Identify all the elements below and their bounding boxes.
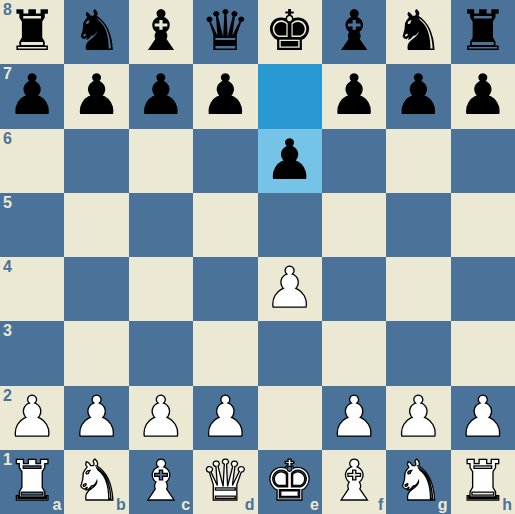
square-d5[interactable] [193,193,257,257]
piece-white-king[interactable]: ♚︎ [265,453,315,509]
rank-label-5: 5 [3,195,12,211]
piece-black-pawn[interactable]: ♟︎ [7,67,57,123]
rank-label-3: 3 [3,323,12,339]
square-e8[interactable]: ♚︎ [258,0,322,64]
piece-white-bishop[interactable]: ♝︎ [329,453,379,509]
piece-black-pawn[interactable]: ♟︎ [200,67,250,123]
piece-white-rook[interactable]: ♜︎ [7,453,57,509]
piece-black-pawn[interactable]: ♟︎ [136,67,186,123]
square-c7[interactable]: ♟︎ [129,64,193,128]
square-g1[interactable]: g♞︎ [386,450,450,514]
square-c5[interactable] [129,193,193,257]
square-a2[interactable]: 2♟︎ [0,386,64,450]
piece-black-knight[interactable]: ♞︎ [71,3,121,59]
piece-white-knight[interactable]: ♞︎ [71,453,121,509]
piece-black-pawn[interactable]: ♟︎ [329,67,379,123]
square-d1[interactable]: d♛︎ [193,450,257,514]
square-a3[interactable]: 3 [0,321,64,385]
square-e4[interactable]: ♟︎ [258,257,322,321]
piece-black-pawn[interactable]: ♟︎ [458,67,508,123]
square-h6[interactable] [451,129,515,193]
square-g6[interactable] [386,129,450,193]
square-d6[interactable] [193,129,257,193]
square-b6[interactable] [64,129,128,193]
square-b7[interactable]: ♟︎ [64,64,128,128]
square-b5[interactable] [64,193,128,257]
piece-white-pawn[interactable]: ♟︎ [265,260,315,316]
piece-black-bishop[interactable]: ♝︎ [136,3,186,59]
square-e6[interactable]: ♟︎ [258,129,322,193]
square-b2[interactable]: ♟︎ [64,386,128,450]
square-a5[interactable]: 5 [0,193,64,257]
square-f4[interactable] [322,257,386,321]
square-g3[interactable] [386,321,450,385]
piece-white-pawn[interactable]: ♟︎ [7,389,57,445]
piece-black-pawn[interactable]: ♟︎ [393,67,443,123]
square-h7[interactable]: ♟︎ [451,64,515,128]
piece-white-pawn[interactable]: ♟︎ [200,389,250,445]
square-e2[interactable] [258,386,322,450]
square-e5[interactable] [258,193,322,257]
piece-white-pawn[interactable]: ♟︎ [329,389,379,445]
square-h4[interactable] [451,257,515,321]
square-b4[interactable] [64,257,128,321]
square-g2[interactable]: ♟︎ [386,386,450,450]
square-d2[interactable]: ♟︎ [193,386,257,450]
square-c1[interactable]: c♝︎ [129,450,193,514]
square-h3[interactable] [451,321,515,385]
piece-black-bishop[interactable]: ♝︎ [329,3,379,59]
rank-label-4: 4 [3,259,12,275]
square-a7[interactable]: 7♟︎ [0,64,64,128]
piece-white-rook[interactable]: ♜︎ [458,453,508,509]
square-c3[interactable] [129,321,193,385]
square-e1[interactable]: e♚︎ [258,450,322,514]
square-g4[interactable] [386,257,450,321]
square-f5[interactable] [322,193,386,257]
square-d3[interactable] [193,321,257,385]
square-c2[interactable]: ♟︎ [129,386,193,450]
piece-black-king[interactable]: ♚︎ [265,3,315,59]
square-a8[interactable]: 8♜︎ [0,0,64,64]
piece-black-rook[interactable]: ♜︎ [458,3,508,59]
square-c8[interactable]: ♝︎ [129,0,193,64]
square-d4[interactable] [193,257,257,321]
piece-white-pawn[interactable]: ♟︎ [393,389,443,445]
piece-black-knight[interactable]: ♞︎ [393,3,443,59]
square-h5[interactable] [451,193,515,257]
square-f2[interactable]: ♟︎ [322,386,386,450]
square-h8[interactable]: ♜︎ [451,0,515,64]
piece-black-pawn[interactable]: ♟︎ [71,67,121,123]
piece-white-pawn[interactable]: ♟︎ [71,389,121,445]
square-d8[interactable]: ♛︎ [193,0,257,64]
square-b1[interactable]: b♞︎ [64,450,128,514]
square-d7[interactable]: ♟︎ [193,64,257,128]
square-a1[interactable]: 1a♜︎ [0,450,64,514]
square-e3[interactable] [258,321,322,385]
square-h1[interactable]: h♜︎ [451,450,515,514]
square-b3[interactable] [64,321,128,385]
square-c6[interactable] [129,129,193,193]
square-a6[interactable]: 6 [0,129,64,193]
piece-white-knight[interactable]: ♞︎ [393,453,443,509]
square-a4[interactable]: 4 [0,257,64,321]
piece-white-bishop[interactable]: ♝︎ [136,453,186,509]
piece-black-rook[interactable]: ♜︎ [7,3,57,59]
square-g5[interactable] [386,193,450,257]
piece-white-pawn[interactable]: ♟︎ [136,389,186,445]
square-e7[interactable] [258,64,322,128]
square-f8[interactable]: ♝︎ [322,0,386,64]
square-b8[interactable]: ♞︎ [64,0,128,64]
piece-white-queen[interactable]: ♛︎ [200,453,250,509]
square-c4[interactable] [129,257,193,321]
piece-black-pawn[interactable]: ♟︎ [265,132,315,188]
square-f7[interactable]: ♟︎ [322,64,386,128]
square-f3[interactable] [322,321,386,385]
piece-black-queen[interactable]: ♛︎ [200,3,250,59]
rank-label-6: 6 [3,131,12,147]
square-f6[interactable] [322,129,386,193]
piece-white-pawn[interactable]: ♟︎ [458,389,508,445]
square-f1[interactable]: f♝︎ [322,450,386,514]
square-g8[interactable]: ♞︎ [386,0,450,64]
chess-board: 8♜︎♞︎♝︎♛︎♚︎♝︎♞︎♜︎7♟︎♟︎♟︎♟︎♟︎♟︎♟︎6♟︎54♟︎3… [0,0,515,514]
square-h2[interactable]: ♟︎ [451,386,515,450]
square-g7[interactable]: ♟︎ [386,64,450,128]
